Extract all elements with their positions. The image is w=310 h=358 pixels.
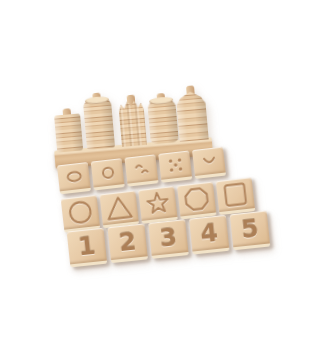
tile-mark-smile-arc[interactable] <box>192 147 226 179</box>
circle-pieces-stack <box>147 98 179 144</box>
number-label: 2 <box>118 228 138 255</box>
octagon-icon <box>177 182 216 217</box>
star-icon <box>138 186 177 221</box>
tile-shape-octagon[interactable] <box>177 182 217 220</box>
stack-top-face <box>84 96 109 105</box>
stack-octagon[interactable] <box>83 98 115 150</box>
stack-circle[interactable] <box>147 98 179 144</box>
double-arc-icon <box>128 157 154 182</box>
stack-house[interactable] <box>176 90 209 141</box>
tile-mark-circle[interactable] <box>91 158 125 190</box>
triangle-icon <box>99 190 138 225</box>
five-dots-icon <box>162 153 188 178</box>
star-pieces-stack <box>118 100 147 147</box>
tile-shape-circle[interactable] <box>61 195 101 233</box>
number-label: 5 <box>240 216 260 243</box>
circle-icon <box>61 195 100 230</box>
tile-shape-triangle[interactable] <box>99 190 139 228</box>
tile-shape-square[interactable] <box>216 177 256 215</box>
stack-square[interactable] <box>54 113 83 152</box>
tile-number-5[interactable]: 5 <box>230 211 271 251</box>
smile-arc-icon <box>196 149 222 174</box>
octagon-pieces-stack <box>83 98 115 150</box>
square-icon <box>216 177 255 212</box>
tile-mark-five-dots[interactable] <box>158 150 192 182</box>
tile-shape-star[interactable] <box>138 186 178 224</box>
number-label: 4 <box>199 220 219 247</box>
tile-number-2[interactable]: 2 <box>107 223 148 263</box>
number-label: 1 <box>77 233 97 260</box>
product-photo-stage: 1 2 3 4 5 <box>0 0 310 358</box>
tile-mark-oval[interactable] <box>57 162 91 194</box>
stack-top-face <box>149 96 174 105</box>
stack-star[interactable] <box>118 100 147 147</box>
circle-icon <box>94 161 120 186</box>
square-pieces-stack <box>54 113 83 152</box>
oval-icon <box>61 164 87 189</box>
number-label: 3 <box>158 224 178 251</box>
tile-number-3[interactable]: 3 <box>148 219 189 259</box>
tile-number-4[interactable]: 4 <box>189 215 230 255</box>
house-pieces-stack <box>176 90 209 141</box>
tile-number-1[interactable]: 1 <box>67 228 108 268</box>
tile-mark-double-arc[interactable] <box>124 154 158 186</box>
